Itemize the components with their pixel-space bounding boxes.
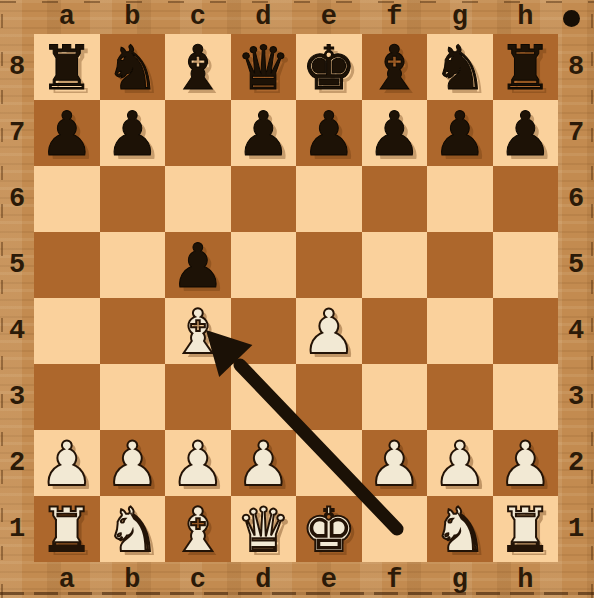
square-f1[interactable] [362,496,428,562]
black-queen-piece: ♛ [236,37,291,98]
white-pawn-piece: ♟ [432,433,487,494]
file-label-top-b: b [100,0,166,34]
square-b2[interactable]: ♟ [100,430,166,496]
square-h3[interactable] [493,364,559,430]
rank-label-left-3: 3 [0,364,34,430]
file-label-top-c: c [165,0,231,34]
square-g5[interactable] [427,232,493,298]
square-f4[interactable] [362,298,428,364]
square-b4[interactable] [100,298,166,364]
black-bishop-piece: ♝ [170,37,225,98]
black-pawn-piece: ♟ [301,103,356,164]
rank-label-left-8: 8 [0,34,34,100]
square-e1[interactable]: ♚ [296,496,362,562]
rank-label-right-1: 1 [558,496,594,562]
square-c2[interactable]: ♟ [165,430,231,496]
square-f3[interactable] [362,364,428,430]
file-label-top-f: f [362,0,428,34]
white-bishop-piece: ♝ [170,301,225,362]
square-e6[interactable] [296,166,362,232]
square-e4[interactable]: ♟ [296,298,362,364]
white-pawn-piece: ♟ [301,301,356,362]
rank-labels-right: 87654321 [558,34,594,562]
square-g2[interactable]: ♟ [427,430,493,496]
square-a8[interactable]: ♜ [34,34,100,100]
square-d2[interactable]: ♟ [231,430,297,496]
rank-label-left-4: 4 [0,298,34,364]
file-label-bottom-f: f [362,562,428,598]
board-grid: ♜♞♝♛♚♝♞♜♟♟♟♟♟♟♟♟♝♟♟♟♟♟♟♟♟♜♞♝♛♚♞♜ [34,34,558,562]
rank-label-right-4: 4 [558,298,594,364]
square-d6[interactable] [231,166,297,232]
square-f7[interactable]: ♟ [362,100,428,166]
white-rook-piece: ♜ [498,499,553,560]
rank-label-left-1: 1 [0,496,34,562]
black-pawn-piece: ♟ [39,103,94,164]
square-h2[interactable]: ♟ [493,430,559,496]
white-pawn-piece: ♟ [39,433,94,494]
square-g6[interactable] [427,166,493,232]
black-knight-piece: ♞ [432,37,487,98]
black-knight-piece: ♞ [105,37,160,98]
file-label-top-e: e [296,0,362,34]
black-rook-piece: ♜ [498,37,553,98]
square-h5[interactable] [493,232,559,298]
file-label-top-d: d [231,0,297,34]
white-bishop-piece: ♝ [170,499,225,560]
square-c3[interactable] [165,364,231,430]
black-pawn-piece: ♟ [170,235,225,296]
file-label-bottom-d: d [231,562,297,598]
square-h4[interactable] [493,298,559,364]
square-b3[interactable] [100,364,166,430]
square-b5[interactable] [100,232,166,298]
square-e2[interactable] [296,430,362,496]
file-label-bottom-g: g [427,562,493,598]
square-d7[interactable]: ♟ [231,100,297,166]
rank-label-right-3: 3 [558,364,594,430]
file-label-bottom-h: h [493,562,559,598]
chess-board-frame: abcdefgh abcdefgh 87654321 87654321 ♜♞♝♛… [0,0,594,598]
file-labels-bottom: abcdefgh [34,562,558,598]
square-h7[interactable]: ♟ [493,100,559,166]
rank-label-left-2: 2 [0,430,34,496]
square-a7[interactable]: ♟ [34,100,100,166]
black-pawn-piece: ♟ [236,103,291,164]
file-label-top-h: h [493,0,559,34]
rank-labels-left: 87654321 [0,34,34,562]
square-b8[interactable]: ♞ [100,34,166,100]
square-h8[interactable]: ♜ [493,34,559,100]
square-a1[interactable]: ♜ [34,496,100,562]
white-king-piece: ♚ [301,499,356,560]
square-c8[interactable]: ♝ [165,34,231,100]
square-a6[interactable] [34,166,100,232]
rank-label-right-8: 8 [558,34,594,100]
square-d1[interactable]: ♛ [231,496,297,562]
square-e8[interactable]: ♚ [296,34,362,100]
square-a3[interactable] [34,364,100,430]
square-a4[interactable] [34,298,100,364]
square-d4[interactable] [231,298,297,364]
square-c5[interactable]: ♟ [165,232,231,298]
square-d8[interactable]: ♛ [231,34,297,100]
white-pawn-piece: ♟ [170,433,225,494]
side-to-move-indicator [563,10,580,27]
square-e3[interactable] [296,364,362,430]
black-pawn-piece: ♟ [105,103,160,164]
square-c1[interactable]: ♝ [165,496,231,562]
black-pawn-piece: ♟ [432,103,487,164]
rank-label-right-6: 6 [558,166,594,232]
square-g7[interactable]: ♟ [427,100,493,166]
square-f5[interactable] [362,232,428,298]
white-pawn-piece: ♟ [498,433,553,494]
square-g1[interactable]: ♞ [427,496,493,562]
square-f8[interactable]: ♝ [362,34,428,100]
square-c7[interactable] [165,100,231,166]
square-b1[interactable]: ♞ [100,496,166,562]
black-bishop-piece: ♝ [367,37,422,98]
rank-label-left-5: 5 [0,232,34,298]
file-label-bottom-a: a [34,562,100,598]
rank-label-right-2: 2 [558,430,594,496]
square-g8[interactable]: ♞ [427,34,493,100]
rank-label-left-6: 6 [0,166,34,232]
square-a5[interactable] [34,232,100,298]
rank-label-right-7: 7 [558,100,594,166]
square-c4[interactable]: ♝ [165,298,231,364]
rank-label-right-5: 5 [558,232,594,298]
white-rook-piece: ♜ [39,499,94,560]
square-c6[interactable] [165,166,231,232]
square-e5[interactable] [296,232,362,298]
file-label-top-a: a [34,0,100,34]
square-a2[interactable]: ♟ [34,430,100,496]
white-pawn-piece: ♟ [367,433,422,494]
square-e7[interactable]: ♟ [296,100,362,166]
square-b7[interactable]: ♟ [100,100,166,166]
square-d5[interactable] [231,232,297,298]
file-label-bottom-b: b [100,562,166,598]
white-queen-piece: ♛ [236,499,291,560]
square-f6[interactable] [362,166,428,232]
white-knight-piece: ♞ [105,499,160,560]
square-g3[interactable] [427,364,493,430]
file-label-bottom-e: e [296,562,362,598]
square-f2[interactable]: ♟ [362,430,428,496]
square-h1[interactable]: ♜ [493,496,559,562]
file-labels-top: abcdefgh [34,0,558,34]
white-pawn-piece: ♟ [105,433,160,494]
rank-label-left-7: 7 [0,100,34,166]
square-h6[interactable] [493,166,559,232]
square-b6[interactable] [100,166,166,232]
white-knight-piece: ♞ [432,499,487,560]
black-king-piece: ♚ [301,37,356,98]
black-pawn-piece: ♟ [367,103,422,164]
square-g4[interactable] [427,298,493,364]
file-label-bottom-c: c [165,562,231,598]
black-rook-piece: ♜ [39,37,94,98]
square-d3[interactable] [231,364,297,430]
white-pawn-piece: ♟ [236,433,291,494]
file-label-top-g: g [427,0,493,34]
black-pawn-piece: ♟ [498,103,553,164]
